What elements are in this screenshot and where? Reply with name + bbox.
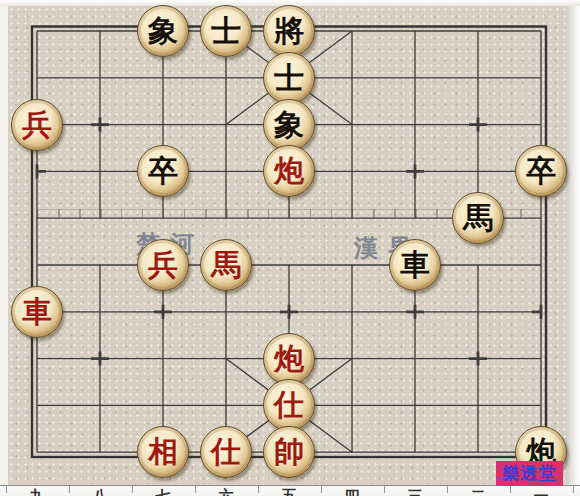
file-label: 四 [345,487,360,496]
watermark-badge: 樂透堂 [496,461,563,486]
piece-black-象[interactable]: 象 [137,5,189,57]
piece-red-帥[interactable]: 帥 [263,426,315,478]
file-label: 九 [30,487,45,496]
file-label: 三 [408,487,423,496]
piece-red-兵[interactable]: 兵 [137,239,189,291]
piece-red-炮[interactable]: 炮 [263,333,315,385]
piece-black-車[interactable]: 車 [389,239,441,291]
piece-glyph: 帥 [274,437,304,467]
piece-glyph: 仕 [274,390,304,420]
piece-glyph: 士 [274,63,304,93]
file-label: 六 [219,487,234,496]
piece-red-車[interactable]: 車 [11,286,63,338]
piece-black-卒[interactable]: 卒 [515,145,567,197]
piece-glyph: 馬 [463,203,493,233]
piece-glyph: 象 [274,110,304,140]
piece-black-卒[interactable]: 卒 [137,145,189,197]
piece-glyph: 馬 [211,250,241,280]
piece-glyph: 兵 [148,250,178,280]
piece-red-相[interactable]: 相 [137,426,189,478]
piece-black-士[interactable]: 士 [200,5,252,57]
piece-red-仕[interactable]: 仕 [200,426,252,478]
file-label: 八 [93,487,108,496]
file-label: 一 [534,487,549,496]
file-labels: 九八七六五四三二一 [0,485,580,496]
piece-black-象[interactable]: 象 [263,99,315,151]
piece-glyph: 象 [148,16,178,46]
piece-black-馬[interactable]: 馬 [452,192,504,244]
piece-glyph: 炮 [274,156,304,186]
piece-glyph: 相 [148,437,178,467]
piece-glyph: 車 [400,250,430,280]
piece-glyph: 仕 [211,437,241,467]
piece-glyph: 卒 [148,156,178,186]
file-label: 七 [156,487,171,496]
piece-glyph: 車 [22,297,52,327]
piece-black-將[interactable]: 將 [263,5,315,57]
piece-black-士[interactable]: 士 [263,52,315,104]
file-label: 二 [471,487,486,496]
piece-glyph: 士 [211,16,241,46]
piece-glyph: 卒 [526,156,556,186]
piece-red-仕[interactable]: 仕 [263,379,315,431]
board-grid[interactable]: 象士將士象卒卒馬車炮兵炮兵馬車炮仕相仕帥 [6,8,573,476]
piece-red-炮[interactable]: 炮 [263,145,315,197]
piece-glyph: 炮 [274,344,304,374]
piece-red-兵[interactable]: 兵 [11,99,63,151]
file-label: 五 [282,487,297,496]
piece-red-馬[interactable]: 馬 [200,239,252,291]
xiangqi-screenshot: 楚河 漢界 象士將士象卒卒馬車炮兵炮兵馬車炮仕相仕帥 樂透堂 九八七六五四三二一 [0,0,580,496]
piece-glyph: 兵 [22,110,52,140]
piece-glyph: 將 [274,16,304,46]
